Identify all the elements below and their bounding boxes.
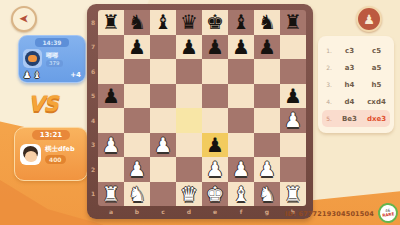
square-f6[interactable] [228, 59, 254, 84]
captured-white-pawn-icon: ♟ [23, 71, 31, 80]
player-card: 13:21 棋士dfeb 400 [14, 127, 88, 181]
piece-black-king[interactable]: ♚ [206, 12, 224, 32]
piece-white-pawn[interactable]: ♟ [206, 159, 224, 179]
piece-black-pawn[interactable]: ♟ [180, 37, 198, 57]
move-number-5: 5. [322, 115, 336, 122]
player-avatar-face [25, 151, 37, 162]
player-name: 棋士dfeb [45, 145, 75, 154]
square-b3[interactable] [124, 133, 150, 158]
piece-black-pawn[interactable]: ♟ [284, 86, 302, 106]
square-e7[interactable]: ♟ [202, 35, 228, 60]
rank-label-3: 3 [89, 133, 97, 158]
move-black-2[interactable]: a5 [363, 64, 390, 72]
watermark-text: RARE [382, 212, 394, 218]
move-white-2[interactable]: a3 [336, 64, 363, 72]
opponent-avatar-figure [28, 55, 37, 62]
square-a3[interactable]: ♟ [98, 133, 124, 158]
square-d4[interactable] [176, 108, 202, 133]
move-white-3[interactable]: h4 [336, 81, 363, 89]
square-d1[interactable]: ♛ [176, 182, 202, 207]
move-row-4: 4.d4cxd4 [322, 93, 390, 110]
opponent-avatar[interactable] [23, 49, 42, 68]
square-h4[interactable]: ♟ [280, 108, 306, 133]
move-number-2: 2. [322, 64, 336, 71]
square-c1[interactable] [150, 182, 176, 207]
opponent-rating: 379 [46, 60, 63, 67]
move-list-panel: 1.c3c52.a3a53.h4h54.d4cxd45.Be3dxe3 [318, 36, 394, 133]
square-b4[interactable] [124, 108, 150, 133]
rank-label-4: 4 [89, 108, 97, 133]
rank-label-1: 1 [89, 182, 97, 207]
file-label-f: f [228, 208, 254, 218]
captured-pieces: ♟♝ [23, 71, 41, 80]
move-black-4[interactable]: cxd4 [363, 98, 390, 106]
opponent-clock: 14:39 [35, 38, 69, 47]
square-h7[interactable] [280, 35, 306, 60]
piece-black-pawn[interactable]: ♟ [206, 37, 224, 57]
piece-black-pawn[interactable]: ♟ [128, 37, 146, 57]
file-label-a: a [98, 208, 124, 218]
square-g4[interactable] [254, 108, 280, 133]
move-row-1: 1.c3c5 [322, 42, 390, 59]
board-grid: ♜♞♝♛♚♝♞♜♟♟♟♟♟♟♟♟♟♟♟♟♟♟♟♜♞♛♚♝♞♜ [98, 10, 306, 206]
chess-board: 87654321 ♜♞♝♛♚♝♞♜♟♟♟♟♟♟♟♟♟♟♟♟♟♟♟♜♞♛♚♝♞♜ … [87, 4, 313, 219]
square-a2[interactable] [98, 157, 124, 182]
square-a7[interactable] [98, 35, 124, 60]
player-clock: 13:21 [32, 130, 70, 140]
piece-white-king[interactable]: ♚ [206, 184, 224, 204]
move-black-1[interactable]: c5 [363, 47, 390, 55]
move-number-4: 4. [322, 98, 336, 105]
rank-label-2: 2 [89, 157, 97, 182]
piece-black-pawn[interactable]: ♟ [232, 37, 250, 57]
square-f1[interactable]: ♝ [228, 182, 254, 207]
square-d2[interactable] [176, 157, 202, 182]
square-d7[interactable]: ♟ [176, 35, 202, 60]
square-g2[interactable]: ♟ [254, 157, 280, 182]
piece-black-rook[interactable]: ♜ [284, 12, 302, 32]
piece-black-queen[interactable]: ♛ [180, 12, 198, 32]
square-a8[interactable]: ♜ [98, 10, 124, 35]
square-h1[interactable]: ♜ [280, 182, 306, 207]
square-g3[interactable] [254, 133, 280, 158]
square-c8[interactable]: ♝ [150, 10, 176, 35]
move-white-4[interactable]: d4 [336, 98, 363, 106]
square-c3[interactable]: ♟ [150, 133, 176, 158]
move-number-3: 3. [322, 81, 336, 88]
opponent-name: 嘟嘟 [46, 51, 58, 60]
piece-black-knight[interactable]: ♞ [128, 12, 146, 32]
move-black-5[interactable]: dxe3 [363, 115, 390, 123]
square-g8[interactable]: ♞ [254, 10, 280, 35]
rank-labels: 87654321 [89, 10, 97, 206]
square-e1[interactable]: ♚ [202, 182, 228, 207]
square-a4[interactable] [98, 108, 124, 133]
vs-label: VS [28, 92, 57, 116]
piece-white-knight[interactable]: ♞ [258, 184, 276, 204]
piece-white-pawn[interactable]: ♟ [154, 135, 172, 155]
piece-black-rook[interactable]: ♜ [102, 12, 120, 32]
square-e8[interactable]: ♚ [202, 10, 228, 35]
square-g6[interactable] [254, 59, 280, 84]
file-label-c: c [150, 208, 176, 218]
back-arrow-icon: ➤ [19, 13, 29, 25]
file-label-d: d [176, 208, 202, 218]
square-b1[interactable]: ♞ [124, 182, 150, 207]
rank-label-8: 8 [89, 10, 97, 35]
square-b2[interactable]: ♟ [124, 157, 150, 182]
piece-black-bishop[interactable]: ♝ [232, 12, 250, 32]
file-label-b: b [124, 208, 150, 218]
square-f3[interactable] [228, 133, 254, 158]
piece-white-knight[interactable]: ♞ [128, 184, 146, 204]
square-d8[interactable]: ♛ [176, 10, 202, 35]
move-white-5[interactable]: Be3 [336, 115, 363, 123]
piece-black-pawn[interactable]: ♟ [102, 86, 120, 106]
square-e5[interactable] [202, 84, 228, 109]
square-a5[interactable]: ♟ [98, 84, 124, 109]
move-number-1: 1. [322, 47, 336, 54]
square-e4[interactable] [202, 108, 228, 133]
rank-label-7: 7 [89, 35, 97, 60]
square-c5[interactable] [150, 84, 176, 109]
square-f4[interactable] [228, 108, 254, 133]
move-white-1[interactable]: c3 [336, 47, 363, 55]
square-c2[interactable] [150, 157, 176, 182]
square-f5[interactable] [228, 84, 254, 109]
square-g7[interactable]: ♟ [254, 35, 280, 60]
game-id-label: ID: 6777219304501504 [285, 210, 374, 218]
piece-white-bishop[interactable]: ♝ [232, 184, 250, 204]
square-c4[interactable] [150, 108, 176, 133]
move-row-3: 3.h4h5 [322, 76, 390, 93]
square-d5[interactable] [176, 84, 202, 109]
square-a6[interactable] [98, 59, 124, 84]
profile-button[interactable]: ♟ [356, 6, 382, 32]
piece-white-pawn[interactable]: ♟ [232, 159, 250, 179]
square-e3[interactable]: ♟ [202, 133, 228, 158]
piece-white-rook[interactable]: ♜ [102, 184, 120, 204]
move-row-2: 2.a3a5 [322, 59, 390, 76]
square-g1[interactable]: ♞ [254, 182, 280, 207]
square-b7[interactable]: ♟ [124, 35, 150, 60]
square-c7[interactable] [150, 35, 176, 60]
opponent-card: 14:39 嘟嘟 379 ♟♝ +4 [18, 35, 86, 83]
square-h8[interactable]: ♜ [280, 10, 306, 35]
piece-white-queen[interactable]: ♛ [180, 184, 198, 204]
square-d6[interactable] [176, 59, 202, 84]
piece-black-pawn[interactable]: ♟ [206, 135, 224, 155]
piece-white-pawn[interactable]: ♟ [102, 135, 120, 155]
piece-black-knight[interactable]: ♞ [258, 12, 276, 32]
square-c6[interactable] [150, 59, 176, 84]
move-black-3[interactable]: h5 [363, 81, 390, 89]
chess-app-screen: ➤ ♟ 14:39 嘟嘟 379 ♟♝ +4 VS 13:21 棋士dfeb 4… [0, 0, 400, 225]
player-avatar[interactable] [20, 144, 41, 165]
square-f8[interactable]: ♝ [228, 10, 254, 35]
square-g5[interactable] [254, 84, 280, 109]
file-label-e: e [202, 208, 228, 218]
square-d3[interactable] [176, 133, 202, 158]
player-rating: 400 [45, 155, 66, 164]
piece-white-pawn[interactable]: ♟ [284, 110, 302, 130]
square-e2[interactable]: ♟ [202, 157, 228, 182]
file-label-g: g [254, 208, 280, 218]
rank-label-5: 5 [89, 84, 97, 109]
piece-black-pawn[interactable]: ♟ [258, 37, 276, 57]
square-b5[interactable] [124, 84, 150, 109]
square-e6[interactable] [202, 59, 228, 84]
piece-white-rook[interactable]: ♜ [284, 184, 302, 204]
piece-white-pawn[interactable]: ♟ [128, 159, 146, 179]
square-h3[interactable] [280, 133, 306, 158]
material-advantage: +4 [70, 71, 81, 79]
rank-label-6: 6 [89, 59, 97, 84]
pawn-profile-icon: ♟ [363, 13, 375, 26]
square-f2[interactable]: ♟ [228, 157, 254, 182]
square-f7[interactable]: ♟ [228, 35, 254, 60]
piece-white-pawn[interactable]: ♟ [258, 159, 276, 179]
square-b8[interactable]: ♞ [124, 10, 150, 35]
square-h5[interactable]: ♟ [280, 84, 306, 109]
square-h2[interactable] [280, 157, 306, 182]
piece-black-bishop[interactable]: ♝ [154, 12, 172, 32]
opponent-avatar-circle [25, 51, 40, 66]
square-b6[interactable] [124, 59, 150, 84]
back-button[interactable]: ➤ [11, 6, 37, 32]
move-list: 1.c3c52.a3a53.h4h54.d4cxd45.Be3dxe3 [322, 42, 390, 127]
captured-white-bishop-icon: ♝ [33, 71, 41, 80]
square-a1[interactable]: ♜ [98, 182, 124, 207]
file-labels: abcdefgh [98, 208, 306, 218]
move-row-5: 5.Be3dxe3 [322, 110, 390, 127]
square-h6[interactable] [280, 59, 306, 84]
